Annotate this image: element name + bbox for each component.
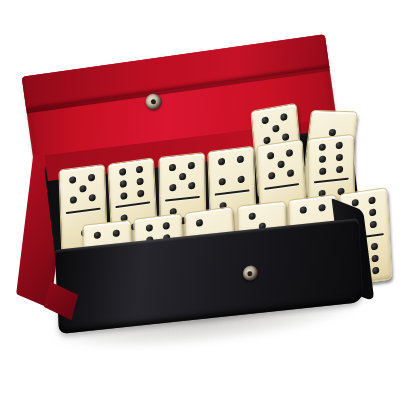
pip-icon [218, 158, 225, 166]
pip-icon [371, 242, 378, 250]
pip-icon [272, 125, 280, 133]
pip-icon [268, 172, 275, 180]
pip-icon [70, 196, 77, 204]
tile-half-4 [208, 147, 254, 195]
pip-icon [237, 155, 244, 163]
pip-icon [319, 167, 326, 175]
pip-icon [88, 174, 95, 182]
lid-flap [22, 34, 330, 110]
front-snap-fastener-icon [242, 265, 258, 282]
tile-half-5 [159, 153, 204, 200]
pip-icon [369, 208, 376, 216]
pip-icon [319, 155, 326, 163]
pip-icon [277, 160, 284, 168]
pip-icon [372, 254, 379, 262]
pip-icon [286, 149, 293, 157]
pip-icon [119, 168, 126, 176]
pip-icon [267, 152, 274, 160]
pip-icon [195, 219, 202, 227]
lid-snap-fastener-icon [145, 92, 163, 110]
snap-hole [247, 271, 252, 277]
pip-icon [237, 176, 244, 184]
pip-icon [145, 224, 152, 232]
pip-icon [336, 142, 343, 150]
product-photo-domino-case [0, 0, 400, 400]
pip-icon [370, 221, 377, 229]
pip-icon [169, 164, 176, 172]
pip-icon [188, 162, 195, 170]
pip-icon [79, 185, 86, 193]
pip-icon [69, 176, 76, 184]
pip-icon [179, 173, 186, 181]
pip-icon [137, 189, 144, 197]
tile-half-5 [59, 165, 105, 213]
pip-icon [319, 144, 326, 152]
pip-icon [137, 178, 144, 186]
snap-hole [151, 99, 157, 105]
pip-icon [120, 192, 127, 200]
pip-icon [336, 154, 343, 162]
pip-icon [369, 196, 376, 204]
tile-half-6 [108, 159, 155, 207]
pip-icon [319, 204, 326, 212]
pip-icon [280, 113, 288, 121]
pip-icon [336, 165, 343, 173]
pip-icon [219, 178, 226, 186]
pip-icon [93, 232, 100, 240]
pip-icon [136, 166, 143, 174]
pip-icon [287, 169, 294, 177]
tile-half-6 [308, 135, 353, 182]
pip-icon [113, 230, 120, 238]
pip-icon [163, 222, 170, 230]
pip-icon [299, 207, 306, 215]
pip-icon [169, 184, 176, 192]
pip-icon [248, 213, 255, 221]
pip-icon [89, 194, 96, 202]
pip-icon [373, 267, 380, 275]
tile-half-5 [257, 140, 304, 188]
pip-icon [261, 116, 269, 124]
pip-icon [188, 182, 195, 190]
pip-icon [120, 180, 127, 188]
